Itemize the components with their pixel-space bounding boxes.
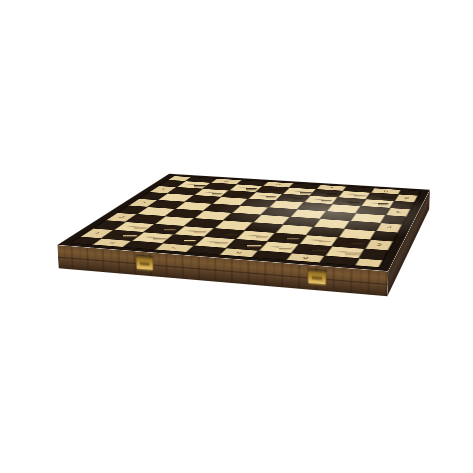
coordinate-label: b bbox=[139, 244, 147, 247]
coordinate-label: 7 bbox=[159, 189, 166, 191]
coordinate-label: e bbox=[235, 251, 243, 254]
border-tile bbox=[355, 258, 383, 267]
border-tile: g bbox=[286, 253, 325, 263]
coordinate-label: 3 bbox=[381, 235, 388, 238]
coordinate-label: 6 bbox=[395, 211, 401, 213]
chess-box: abcdefgh8877665544332211abcdefgh ♜♞♝♛♚♝♞… bbox=[59, 192, 430, 296]
coordinate-label: 8 bbox=[403, 197, 409, 199]
coordinate-label: h bbox=[336, 259, 344, 262]
chess-set-scene: abcdefgh8877665544332211abcdefgh ♜♞♝♛♚♝♞… bbox=[111, 86, 411, 386]
coordinate-label: f bbox=[269, 254, 274, 257]
coordinate-label: 5 bbox=[391, 219, 397, 221]
coordinate-label: g bbox=[302, 256, 310, 259]
coordinate-label: 1 bbox=[370, 253, 377, 256]
border-tile: h bbox=[320, 256, 359, 266]
coordinate-label: 4 bbox=[386, 226, 393, 229]
coordinate-label: 2 bbox=[376, 244, 383, 247]
brass-clasp-right bbox=[135, 256, 153, 271]
coordinate-label: 7 bbox=[399, 204, 405, 206]
coordinate-label: d bbox=[203, 249, 211, 252]
coordinate-label: a bbox=[108, 241, 116, 244]
coordinate-label: c bbox=[171, 246, 179, 249]
brass-clasp-left bbox=[307, 270, 327, 286]
